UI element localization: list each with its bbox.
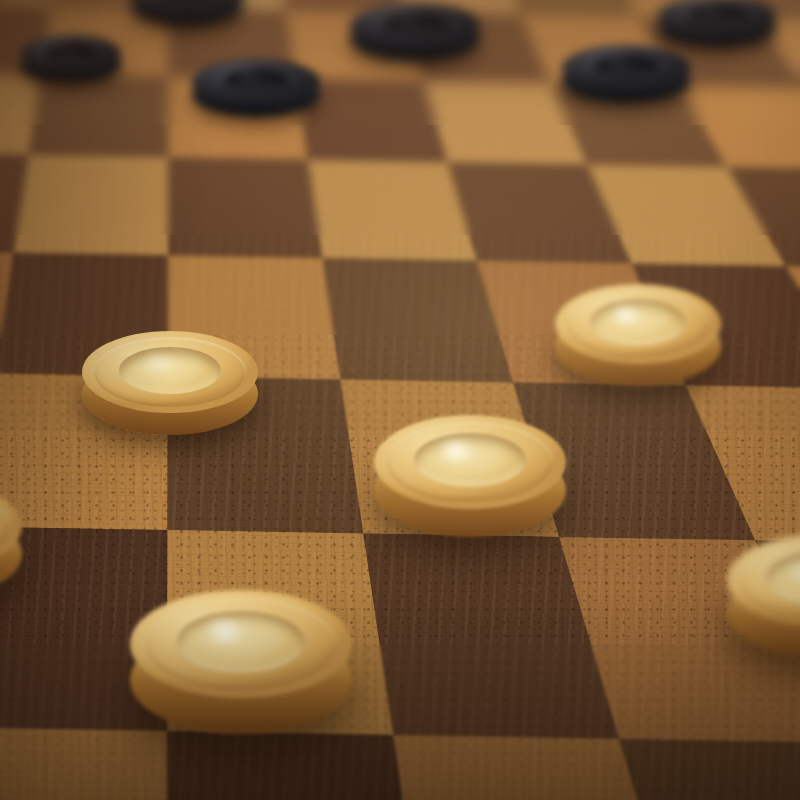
checker-piece-dark[interactable] bbox=[21, 35, 121, 73]
piece-dish bbox=[590, 299, 686, 345]
specular-highlight bbox=[693, 6, 724, 14]
board-photo bbox=[0, 0, 800, 800]
checker-piece-dark[interactable] bbox=[562, 45, 690, 91]
checker-piece-light[interactable] bbox=[374, 415, 566, 509]
checker-piece-light[interactable] bbox=[82, 331, 258, 413]
piece-dish bbox=[177, 611, 306, 674]
checker-piece-dark[interactable] bbox=[658, 0, 776, 36]
specular-highlight bbox=[51, 44, 77, 52]
checker-piece-light[interactable] bbox=[0, 482, 22, 570]
specular-highlight bbox=[135, 353, 179, 372]
specular-highlight bbox=[600, 56, 633, 65]
specular-highlight bbox=[432, 440, 480, 462]
checker-piece-dark[interactable] bbox=[192, 59, 320, 105]
checker-piece-light[interactable] bbox=[727, 534, 800, 626]
specular-highlight bbox=[230, 70, 263, 79]
specular-highlight bbox=[197, 619, 253, 644]
specular-highlight bbox=[605, 306, 647, 324]
checker-piece-dark[interactable] bbox=[350, 3, 480, 49]
checker-piece-light[interactable] bbox=[130, 590, 352, 698]
checker-piece-light[interactable] bbox=[555, 284, 721, 364]
pieces-layer bbox=[0, 0, 800, 800]
checker-piece-dark[interactable] bbox=[131, 0, 243, 15]
piece-dish bbox=[119, 347, 221, 395]
